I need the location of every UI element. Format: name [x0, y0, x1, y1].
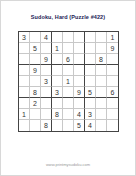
cell-r6c3[interactable] [41, 87, 52, 98]
cell-r7c6[interactable] [74, 98, 85, 109]
cell-r5c2[interactable] [30, 76, 41, 87]
cell-r1c5[interactable] [63, 32, 74, 43]
cell-r1c3[interactable]: 4 [41, 32, 52, 43]
cell-r5c6[interactable] [74, 76, 85, 87]
sudoku-board: 3415199689318395621843854 [18, 31, 119, 132]
cell-r8c4[interactable]: 8 [52, 109, 63, 120]
cell-r2c9[interactable]: 9 [107, 43, 118, 54]
cell-r2c4[interactable]: 1 [52, 43, 63, 54]
cell-r9c9[interactable] [107, 120, 118, 131]
cell-r8c8[interactable] [96, 109, 107, 120]
cell-r8c2[interactable] [30, 109, 41, 120]
cell-r4c7[interactable] [85, 65, 96, 76]
cell-r6c1[interactable] [19, 87, 30, 98]
cell-r7c5[interactable] [63, 98, 74, 109]
cell-r7c4[interactable] [52, 98, 63, 109]
cell-r3c9[interactable] [107, 54, 118, 65]
cell-r1c7[interactable] [85, 32, 96, 43]
cell-r3c5[interactable]: 6 [63, 54, 74, 65]
cell-r9c8[interactable] [96, 120, 107, 131]
cell-r1c1[interactable]: 3 [19, 32, 30, 43]
cell-r5c7[interactable] [85, 76, 96, 87]
cell-r1c6[interactable] [74, 32, 85, 43]
cell-r6c8[interactable] [96, 87, 107, 98]
cell-r5c1[interactable] [19, 76, 30, 87]
cell-r2c1[interactable] [19, 43, 30, 54]
cell-r9c7[interactable]: 4 [85, 120, 96, 131]
cell-r9c1[interactable] [19, 120, 30, 131]
puzzle-title: Sudoku, Hard (Puzzle #422) [1, 14, 135, 20]
cell-r2c5[interactable] [63, 43, 74, 54]
cell-r2c2[interactable]: 5 [30, 43, 41, 54]
cell-r5c8[interactable] [96, 76, 107, 87]
cell-r6c9[interactable]: 6 [107, 87, 118, 98]
cell-r4c8[interactable] [96, 65, 107, 76]
cell-r2c3[interactable] [41, 43, 52, 54]
cell-r6c4[interactable]: 3 [52, 87, 63, 98]
cell-r4c9[interactable] [107, 65, 118, 76]
cell-r6c5[interactable] [63, 87, 74, 98]
cell-r7c9[interactable] [107, 98, 118, 109]
cell-r9c5[interactable] [63, 120, 74, 131]
cell-r8c3[interactable] [41, 109, 52, 120]
cell-r5c4[interactable] [52, 76, 63, 87]
cell-r5c3[interactable]: 3 [41, 76, 52, 87]
cell-r4c6[interactable] [74, 65, 85, 76]
cell-r4c2[interactable]: 9 [30, 65, 41, 76]
cell-r4c3[interactable] [41, 65, 52, 76]
cell-r8c1[interactable]: 1 [19, 109, 30, 120]
cell-r9c3[interactable]: 8 [41, 120, 52, 131]
cell-r9c6[interactable]: 5 [74, 120, 85, 131]
cell-r7c2[interactable]: 2 [30, 98, 41, 109]
cell-r5c5[interactable]: 1 [63, 76, 74, 87]
cell-r4c1[interactable] [19, 65, 30, 76]
cell-r7c8[interactable] [96, 98, 107, 109]
cell-r3c8[interactable]: 8 [96, 54, 107, 65]
cell-r4c5[interactable] [63, 65, 74, 76]
cell-r9c2[interactable] [30, 120, 41, 131]
cell-r8c9[interactable] [107, 109, 118, 120]
cell-r7c1[interactable] [19, 98, 30, 109]
cell-r6c6[interactable]: 9 [74, 87, 85, 98]
cell-r7c3[interactable] [41, 98, 52, 109]
cell-r1c8[interactable] [96, 32, 107, 43]
cell-r2c6[interactable] [74, 43, 85, 54]
cell-r1c9[interactable]: 1 [107, 32, 118, 43]
cell-r8c5[interactable] [63, 109, 74, 120]
cell-r3c6[interactable] [74, 54, 85, 65]
cell-r3c4[interactable] [52, 54, 63, 65]
cell-r1c4[interactable] [52, 32, 63, 43]
cell-r6c2[interactable]: 8 [30, 87, 41, 98]
cell-r8c6[interactable]: 4 [74, 109, 85, 120]
cell-r3c3[interactable]: 9 [41, 54, 52, 65]
cell-r7c7[interactable] [85, 98, 96, 109]
cell-r4c4[interactable] [52, 65, 63, 76]
footer-url: www.printmysudoku.com [1, 162, 135, 167]
cell-r8c7[interactable]: 3 [85, 109, 96, 120]
cell-r6c7[interactable]: 5 [85, 87, 96, 98]
cell-r3c1[interactable] [19, 54, 30, 65]
sudoku-page: Sudoku, Hard (Puzzle #422) 3415199689318… [0, 0, 136, 176]
cell-r2c8[interactable] [96, 43, 107, 54]
cell-r1c2[interactable] [30, 32, 41, 43]
cell-r3c7[interactable] [85, 54, 96, 65]
cell-r9c4[interactable] [52, 120, 63, 131]
cell-r3c2[interactable] [30, 54, 41, 65]
cell-r2c7[interactable] [85, 43, 96, 54]
cell-r5c9[interactable] [107, 76, 118, 87]
